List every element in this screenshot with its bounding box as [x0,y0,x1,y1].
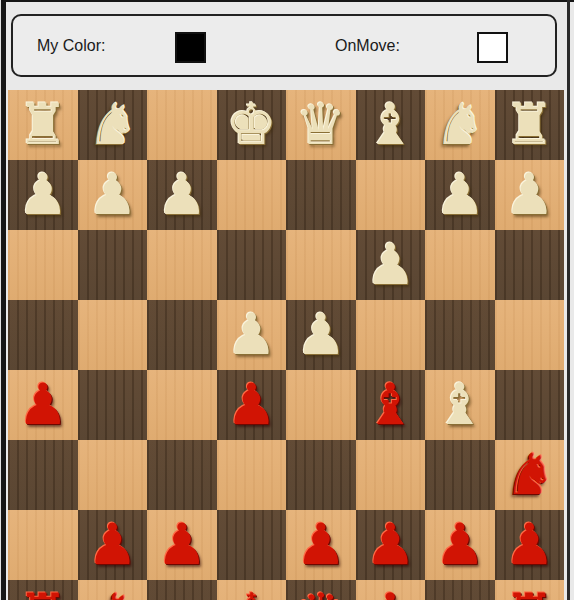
square-h4[interactable] [8,300,78,370]
square-b6[interactable] [425,440,495,510]
square-e6[interactable] [217,440,287,510]
red-pawn[interactable]: ♟ [147,510,217,580]
square-h3[interactable] [8,230,78,300]
on-move-indicator [477,32,508,63]
red-rook[interactable]: ♜ [495,580,565,600]
square-c2[interactable] [356,160,426,230]
white-pawn[interactable]: ♟ [8,160,78,230]
white-rook[interactable]: ♜ [8,90,78,160]
square-h7[interactable] [8,510,78,580]
red-pawn[interactable]: ♟ [217,370,287,440]
red-pawn[interactable]: ♟ [286,510,356,580]
square-c1[interactable]: ♝ [356,90,426,160]
square-f3[interactable] [147,230,217,300]
square-g4[interactable] [78,300,148,370]
square-e3[interactable] [217,230,287,300]
square-g8[interactable]: ♞ [78,580,148,600]
square-e5[interactable]: ♟ [217,370,287,440]
square-b1[interactable]: ♞ [425,90,495,160]
window-border-top [0,0,574,2]
white-rook[interactable]: ♜ [495,90,565,160]
red-pawn[interactable]: ♟ [78,510,148,580]
my-color-indicator [175,32,206,63]
my-color-label: My Color: [37,37,105,55]
square-a2[interactable]: ♟ [495,160,565,230]
square-a7[interactable]: ♟ [495,510,565,580]
square-g6[interactable] [78,440,148,510]
square-d1[interactable]: ♛ [286,90,356,160]
red-knight[interactable]: ♞ [495,440,565,510]
red-king[interactable]: ♚ [217,580,287,600]
white-pawn[interactable]: ♟ [286,300,356,370]
white-pawn[interactable]: ♟ [356,230,426,300]
square-e7[interactable] [217,510,287,580]
white-knight[interactable]: ♞ [78,90,148,160]
square-b4[interactable] [425,300,495,370]
square-c6[interactable] [356,440,426,510]
square-g1[interactable]: ♞ [78,90,148,160]
square-d8[interactable]: ♛ [286,580,356,600]
square-g2[interactable]: ♟ [78,160,148,230]
square-h8[interactable]: ♜ [8,580,78,600]
square-g3[interactable] [78,230,148,300]
on-move-label: OnMove: [335,37,400,55]
red-pawn[interactable]: ♟ [495,510,565,580]
square-c3[interactable]: ♟ [356,230,426,300]
square-f1[interactable] [147,90,217,160]
square-g5[interactable] [78,370,148,440]
square-h1[interactable]: ♜ [8,90,78,160]
red-bishop[interactable]: ♝ [356,580,426,600]
square-b7[interactable]: ♟ [425,510,495,580]
red-rook[interactable]: ♜ [8,580,78,600]
red-pawn[interactable]: ♟ [425,510,495,580]
red-pawn[interactable]: ♟ [8,370,78,440]
window-border-left [0,0,6,600]
square-c5[interactable]: ♝ [356,370,426,440]
square-b5[interactable]: ♝ [425,370,495,440]
red-queen[interactable]: ♛ [286,580,356,600]
square-a4[interactable] [495,300,565,370]
square-a8[interactable]: ♜ [495,580,565,600]
square-h5[interactable]: ♟ [8,370,78,440]
red-pawn[interactable]: ♟ [356,510,426,580]
square-g7[interactable]: ♟ [78,510,148,580]
square-f2[interactable]: ♟ [147,160,217,230]
square-e1[interactable]: ♚ [217,90,287,160]
white-pawn[interactable]: ♟ [217,300,287,370]
square-a6[interactable]: ♞ [495,440,565,510]
white-knight[interactable]: ♞ [425,90,495,160]
square-c7[interactable]: ♟ [356,510,426,580]
white-pawn[interactable]: ♟ [425,160,495,230]
square-d4[interactable]: ♟ [286,300,356,370]
square-c4[interactable] [356,300,426,370]
white-pawn[interactable]: ♟ [78,160,148,230]
square-d7[interactable]: ♟ [286,510,356,580]
square-b3[interactable] [425,230,495,300]
square-d6[interactable] [286,440,356,510]
square-f8[interactable] [147,580,217,600]
square-a5[interactable] [495,370,565,440]
square-e8[interactable]: ♚ [217,580,287,600]
square-e4[interactable]: ♟ [217,300,287,370]
square-f6[interactable] [147,440,217,510]
square-f5[interactable] [147,370,217,440]
white-bishop[interactable]: ♝ [425,370,495,440]
square-a3[interactable] [495,230,565,300]
white-king[interactable]: ♚ [217,90,287,160]
status-panel: My Color: OnMove: [11,14,557,77]
white-pawn[interactable]: ♟ [147,160,217,230]
square-c8[interactable]: ♝ [356,580,426,600]
square-h2[interactable]: ♟ [8,160,78,230]
square-b2[interactable]: ♟ [425,160,495,230]
square-h6[interactable] [8,440,78,510]
square-f7[interactable]: ♟ [147,510,217,580]
square-f4[interactable] [147,300,217,370]
red-bishop[interactable]: ♝ [356,370,426,440]
white-bishop[interactable]: ♝ [356,90,426,160]
window-border-right [567,0,570,600]
white-queen[interactable]: ♛ [286,90,356,160]
white-pawn[interactable]: ♟ [495,160,565,230]
square-d2[interactable] [286,160,356,230]
square-e2[interactable] [217,160,287,230]
chess-board: ♜♞♚♛♝♞♜♟♟♟♟♟♟♟♟♟♟♝♝♞♟♟♟♟♟♟♜♞♚♛♝♜ [8,90,564,600]
square-d3[interactable] [286,230,356,300]
square-b8[interactable] [425,580,495,600]
square-a1[interactable]: ♜ [495,90,565,160]
red-knight[interactable]: ♞ [78,580,148,600]
square-d5[interactable] [286,370,356,440]
